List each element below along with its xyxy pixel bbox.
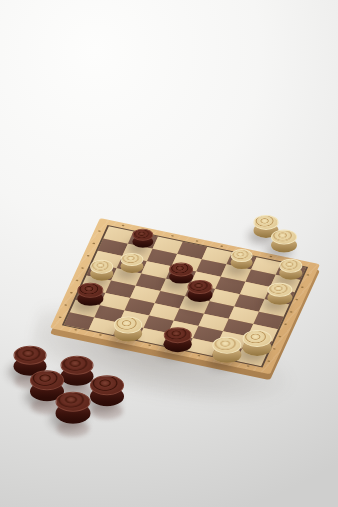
checker-dark[interactable] bbox=[188, 279, 213, 302]
piece-top bbox=[188, 279, 213, 294]
piece-top bbox=[230, 249, 253, 262]
piece-reflection bbox=[56, 421, 90, 437]
frame-mark-dot bbox=[98, 334, 101, 336]
frame-mark-dot bbox=[197, 355, 200, 357]
frame-mark-dot bbox=[74, 329, 77, 331]
frame-mark-dot bbox=[148, 344, 151, 346]
checker-light[interactable] bbox=[271, 229, 297, 252]
frame-mark-dot bbox=[170, 235, 173, 237]
frame-mark-dot bbox=[220, 245, 223, 247]
piece-top bbox=[78, 283, 103, 298]
piece-top bbox=[279, 259, 303, 273]
piece-top bbox=[115, 317, 143, 333]
frame-mark-dot bbox=[295, 298, 298, 300]
frame-mark-dot bbox=[87, 255, 90, 257]
checker-dark[interactable] bbox=[132, 229, 153, 248]
piece-top bbox=[90, 260, 114, 274]
piece-top bbox=[14, 346, 47, 365]
checker-dark[interactable] bbox=[163, 327, 191, 353]
checker-light[interactable] bbox=[267, 283, 292, 306]
frame-mark-dot bbox=[284, 323, 287, 325]
checker-light[interactable] bbox=[90, 260, 114, 281]
frame-mark-dot bbox=[301, 286, 304, 288]
piece-top bbox=[271, 229, 297, 244]
piece-top bbox=[163, 327, 191, 344]
piece-top bbox=[254, 215, 279, 230]
frame-mark-dot bbox=[75, 279, 78, 281]
piece-top bbox=[212, 337, 241, 354]
piece-top bbox=[30, 370, 64, 390]
frame-mark-dot bbox=[70, 292, 73, 294]
checker-dark[interactable] bbox=[78, 283, 103, 306]
frame-mark-dot bbox=[121, 224, 124, 226]
frame-mark-dot bbox=[306, 274, 309, 276]
piece-top bbox=[61, 356, 94, 375]
piece-top bbox=[243, 330, 272, 347]
frame-mark-dot bbox=[64, 304, 67, 306]
checker-dark[interactable] bbox=[90, 375, 124, 406]
frame-mark-dot bbox=[81, 267, 84, 269]
checker-light[interactable] bbox=[279, 259, 303, 280]
piece-top bbox=[169, 263, 193, 277]
frame-mark-dot bbox=[246, 365, 249, 367]
frame-mark-dot bbox=[195, 240, 198, 242]
checker-light[interactable] bbox=[243, 330, 272, 356]
frame-mark-dot bbox=[273, 348, 276, 350]
checker-light[interactable] bbox=[230, 249, 253, 270]
frame-mark-dot bbox=[92, 242, 95, 244]
checker-light[interactable] bbox=[115, 317, 143, 342]
frame-mark-dot bbox=[269, 256, 272, 258]
checker-light[interactable] bbox=[212, 337, 241, 363]
checker-dark[interactable] bbox=[56, 392, 91, 424]
piece-top bbox=[267, 283, 292, 298]
checker-dark[interactable] bbox=[61, 356, 94, 386]
checker-light[interactable] bbox=[120, 253, 143, 274]
frame-mark-dot bbox=[59, 316, 62, 318]
frame-mark-dot bbox=[98, 230, 101, 232]
frame-mark-dot bbox=[267, 360, 270, 362]
frame-mark-dot bbox=[278, 335, 281, 337]
scene bbox=[0, 0, 338, 507]
piece-top bbox=[90, 375, 124, 395]
piece-reflection bbox=[91, 403, 124, 419]
frame-mark-dot bbox=[290, 311, 293, 313]
